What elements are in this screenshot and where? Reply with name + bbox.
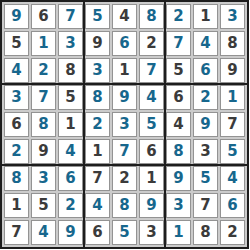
sudoku-cell-r2c6[interactable]: 2 — [139, 31, 164, 56]
sudoku-cell-r6c1[interactable]: 2 — [4, 139, 29, 164]
sudoku-cell-r3c8[interactable]: 6 — [193, 58, 218, 83]
sudoku-cell-r8c3[interactable]: 2 — [58, 193, 83, 218]
sudoku-cell-r1c7[interactable]: 2 — [166, 4, 191, 29]
sudoku-cell-r1c9[interactable]: 3 — [220, 4, 245, 29]
sudoku-cell-r1c5[interactable]: 4 — [112, 4, 137, 29]
sudoku-cell-r7c8[interactable]: 5 — [193, 166, 218, 191]
sudoku-cell-r6c5[interactable]: 7 — [112, 139, 137, 164]
sudoku-cell-r3c4[interactable]: 3 — [85, 58, 110, 83]
sudoku-cell-r4c8[interactable]: 2 — [193, 85, 218, 110]
sudoku-cell-r9c2[interactable]: 4 — [31, 220, 56, 245]
sudoku-cell-r5c6[interactable]: 5 — [139, 112, 164, 137]
sudoku-cell-r5c3[interactable]: 1 — [58, 112, 83, 137]
sudoku-cell-r2c2[interactable]: 1 — [31, 31, 56, 56]
sudoku-cell-r6c9[interactable]: 5 — [220, 139, 245, 164]
sudoku-cell-r8c4[interactable]: 4 — [85, 193, 110, 218]
sudoku-cell-r9c5[interactable]: 5 — [112, 220, 137, 245]
sudoku-board: 9675482135139627484283175693758946216812… — [0, 0, 249, 249]
sudoku-cell-r9c7[interactable]: 1 — [166, 220, 191, 245]
sudoku-cell-r6c8[interactable]: 3 — [193, 139, 218, 164]
sudoku-cell-r4c4[interactable]: 8 — [85, 85, 110, 110]
sudoku-cell-r5c4[interactable]: 2 — [85, 112, 110, 137]
sudoku-cell-r5c9[interactable]: 7 — [220, 112, 245, 137]
sudoku-cell-r2c8[interactable]: 4 — [193, 31, 218, 56]
sudoku-cell-r8c6[interactable]: 9 — [139, 193, 164, 218]
sudoku-cell-r3c7[interactable]: 5 — [166, 58, 191, 83]
sudoku-cell-r2c4[interactable]: 9 — [85, 31, 110, 56]
sudoku-cell-r9c9[interactable]: 2 — [220, 220, 245, 245]
sudoku-cell-r7c9[interactable]: 4 — [220, 166, 245, 191]
sudoku-cell-r3c1[interactable]: 4 — [4, 58, 29, 83]
sudoku-cell-r8c8[interactable]: 7 — [193, 193, 218, 218]
sudoku-cell-r1c1[interactable]: 9 — [4, 4, 29, 29]
sudoku-cell-r8c7[interactable]: 3 — [166, 193, 191, 218]
sudoku-cell-r7c2[interactable]: 3 — [31, 166, 56, 191]
sudoku-cell-r5c2[interactable]: 8 — [31, 112, 56, 137]
sudoku-cell-r4c1[interactable]: 3 — [4, 85, 29, 110]
sudoku-cell-r5c8[interactable]: 9 — [193, 112, 218, 137]
sudoku-cell-r4c6[interactable]: 4 — [139, 85, 164, 110]
sudoku-cell-r6c4[interactable]: 1 — [85, 139, 110, 164]
sudoku-cell-r3c9[interactable]: 9 — [220, 58, 245, 83]
sudoku-cell-r6c7[interactable]: 8 — [166, 139, 191, 164]
sudoku-cell-r2c9[interactable]: 8 — [220, 31, 245, 56]
sudoku-cell-r7c7[interactable]: 9 — [166, 166, 191, 191]
sudoku-cell-r7c4[interactable]: 7 — [85, 166, 110, 191]
sudoku-cell-r1c4[interactable]: 5 — [85, 4, 110, 29]
sudoku-cell-r7c3[interactable]: 6 — [58, 166, 83, 191]
sudoku-cell-r8c1[interactable]: 1 — [4, 193, 29, 218]
sudoku-cell-r6c3[interactable]: 4 — [58, 139, 83, 164]
sudoku-cell-r7c5[interactable]: 2 — [112, 166, 137, 191]
sudoku-cell-r3c6[interactable]: 7 — [139, 58, 164, 83]
sudoku-cell-r8c5[interactable]: 8 — [112, 193, 137, 218]
sudoku-cell-r3c2[interactable]: 2 — [31, 58, 56, 83]
box-divider-horizontal-2 — [2, 164, 247, 166]
sudoku-cell-r4c5[interactable]: 9 — [112, 85, 137, 110]
sudoku-cell-r1c6[interactable]: 8 — [139, 4, 164, 29]
sudoku-cell-r6c6[interactable]: 6 — [139, 139, 164, 164]
box-divider-horizontal-1 — [2, 83, 247, 85]
sudoku-cell-r9c3[interactable]: 9 — [58, 220, 83, 245]
sudoku-cell-r2c7[interactable]: 7 — [166, 31, 191, 56]
sudoku-cell-r1c2[interactable]: 6 — [31, 4, 56, 29]
sudoku-grid: 9675482135139627484283175693758946216812… — [2, 2, 247, 247]
sudoku-cell-r4c2[interactable]: 7 — [31, 85, 56, 110]
sudoku-cell-r2c5[interactable]: 6 — [112, 31, 137, 56]
sudoku-cell-r9c8[interactable]: 8 — [193, 220, 218, 245]
sudoku-cell-r3c5[interactable]: 1 — [112, 58, 137, 83]
sudoku-cell-r4c7[interactable]: 6 — [166, 85, 191, 110]
sudoku-cell-r5c1[interactable]: 6 — [4, 112, 29, 137]
sudoku-cell-r4c3[interactable]: 5 — [58, 85, 83, 110]
sudoku-cell-r7c1[interactable]: 8 — [4, 166, 29, 191]
sudoku-cell-r1c3[interactable]: 7 — [58, 4, 83, 29]
box-divider-vertical-2 — [164, 2, 166, 247]
sudoku-cell-r9c4[interactable]: 6 — [85, 220, 110, 245]
box-divider-vertical-1 — [83, 2, 85, 247]
sudoku-cell-r8c9[interactable]: 6 — [220, 193, 245, 218]
sudoku-cell-r6c2[interactable]: 9 — [31, 139, 56, 164]
sudoku-cell-r5c7[interactable]: 4 — [166, 112, 191, 137]
sudoku-cell-r3c3[interactable]: 8 — [58, 58, 83, 83]
sudoku-cell-r9c6[interactable]: 3 — [139, 220, 164, 245]
sudoku-cell-r2c3[interactable]: 3 — [58, 31, 83, 56]
sudoku-cell-r9c1[interactable]: 7 — [4, 220, 29, 245]
sudoku-cell-r2c1[interactable]: 5 — [4, 31, 29, 56]
sudoku-cell-r5c5[interactable]: 3 — [112, 112, 137, 137]
sudoku-cell-r4c9[interactable]: 1 — [220, 85, 245, 110]
sudoku-cell-r8c2[interactable]: 5 — [31, 193, 56, 218]
sudoku-cell-r1c8[interactable]: 1 — [193, 4, 218, 29]
sudoku-cell-r7c6[interactable]: 1 — [139, 166, 164, 191]
